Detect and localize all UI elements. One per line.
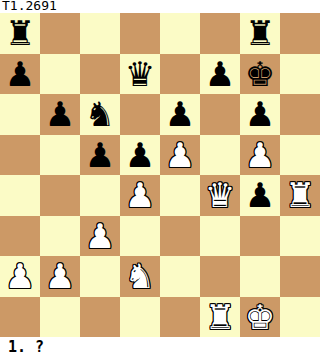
square-f8[interactable] [200, 13, 240, 54]
black-pawn[interactable]: ♟ [125, 135, 155, 175]
square-b4[interactable] [40, 175, 80, 216]
black-pawn[interactable]: ♟ [165, 94, 195, 134]
square-d7[interactable]: ♛ [120, 54, 160, 95]
square-a8[interactable]: ♜ [0, 13, 40, 54]
square-c3[interactable]: ♟ [80, 216, 120, 257]
square-b3[interactable] [40, 216, 80, 257]
square-a2[interactable]: ♟ [0, 256, 40, 297]
square-h7[interactable] [280, 54, 320, 95]
square-a1[interactable] [0, 297, 40, 338]
square-e2[interactable] [160, 256, 200, 297]
square-b8[interactable] [40, 13, 80, 54]
square-h5[interactable] [280, 135, 320, 176]
square-d3[interactable] [120, 216, 160, 257]
square-a5[interactable] [0, 135, 40, 176]
square-f4[interactable]: ♛ [200, 175, 240, 216]
square-c7[interactable] [80, 54, 120, 95]
square-e8[interactable] [160, 13, 200, 54]
white-pawn[interactable]: ♟ [85, 216, 115, 256]
square-c6[interactable]: ♞ [80, 94, 120, 135]
square-g6[interactable]: ♟ [240, 94, 280, 135]
square-c4[interactable] [80, 175, 120, 216]
white-pawn[interactable]: ♟ [5, 256, 35, 296]
square-c1[interactable] [80, 297, 120, 338]
white-queen[interactable]: ♛ [205, 175, 235, 215]
black-queen[interactable]: ♛ [125, 54, 155, 94]
square-b5[interactable] [40, 135, 80, 176]
square-a3[interactable] [0, 216, 40, 257]
white-rook[interactable]: ♜ [285, 175, 315, 215]
square-e6[interactable]: ♟ [160, 94, 200, 135]
square-c5[interactable]: ♟ [80, 135, 120, 176]
chess-board: ♜♜♟♛♟♚♟♞♟♟♟♟♟♟♟♛♟♜♟♟♟♞♜♚ [0, 13, 320, 337]
square-g2[interactable] [240, 256, 280, 297]
white-pawn[interactable]: ♟ [245, 135, 275, 175]
square-d5[interactable]: ♟ [120, 135, 160, 176]
puzzle-title: T1.2691 [2, 0, 57, 13]
square-g3[interactable] [240, 216, 280, 257]
square-e5[interactable]: ♟ [160, 135, 200, 176]
square-d4[interactable]: ♟ [120, 175, 160, 216]
square-c2[interactable] [80, 256, 120, 297]
square-e1[interactable] [160, 297, 200, 338]
square-h1[interactable] [280, 297, 320, 338]
square-c8[interactable] [80, 13, 120, 54]
square-h6[interactable] [280, 94, 320, 135]
move-prompt: 1. ? [8, 338, 44, 356]
square-f1[interactable]: ♜ [200, 297, 240, 338]
square-b6[interactable]: ♟ [40, 94, 80, 135]
square-b7[interactable] [40, 54, 80, 95]
white-knight[interactable]: ♞ [125, 256, 155, 296]
square-e7[interactable] [160, 54, 200, 95]
square-g4[interactable]: ♟ [240, 175, 280, 216]
black-king[interactable]: ♚ [245, 54, 275, 94]
square-g1[interactable]: ♚ [240, 297, 280, 338]
white-king[interactable]: ♚ [245, 297, 275, 337]
black-pawn[interactable]: ♟ [245, 94, 275, 134]
white-rook[interactable]: ♜ [205, 297, 235, 337]
square-a6[interactable] [0, 94, 40, 135]
black-pawn[interactable]: ♟ [5, 54, 35, 94]
black-rook[interactable]: ♜ [5, 13, 35, 53]
white-pawn[interactable]: ♟ [165, 135, 195, 175]
square-g5[interactable]: ♟ [240, 135, 280, 176]
square-h2[interactable] [280, 256, 320, 297]
white-pawn[interactable]: ♟ [125, 175, 155, 215]
square-h8[interactable] [280, 13, 320, 54]
square-e4[interactable] [160, 175, 200, 216]
square-h4[interactable]: ♜ [280, 175, 320, 216]
square-f2[interactable] [200, 256, 240, 297]
square-f5[interactable] [200, 135, 240, 176]
square-f7[interactable]: ♟ [200, 54, 240, 95]
square-b1[interactable] [40, 297, 80, 338]
black-pawn[interactable]: ♟ [85, 135, 115, 175]
square-h3[interactable] [280, 216, 320, 257]
square-f6[interactable] [200, 94, 240, 135]
white-pawn[interactable]: ♟ [45, 256, 75, 296]
square-d2[interactable]: ♞ [120, 256, 160, 297]
square-e3[interactable] [160, 216, 200, 257]
square-d1[interactable] [120, 297, 160, 338]
square-b2[interactable]: ♟ [40, 256, 80, 297]
black-pawn[interactable]: ♟ [205, 54, 235, 94]
square-a4[interactable] [0, 175, 40, 216]
black-pawn[interactable]: ♟ [45, 94, 75, 134]
square-a7[interactable]: ♟ [0, 54, 40, 95]
square-d6[interactable] [120, 94, 160, 135]
square-d8[interactable] [120, 13, 160, 54]
square-g8[interactable]: ♜ [240, 13, 280, 54]
square-g7[interactable]: ♚ [240, 54, 280, 95]
square-f3[interactable] [200, 216, 240, 257]
black-pawn[interactable]: ♟ [245, 175, 275, 215]
black-knight[interactable]: ♞ [85, 94, 115, 134]
black-rook[interactable]: ♜ [245, 13, 275, 53]
